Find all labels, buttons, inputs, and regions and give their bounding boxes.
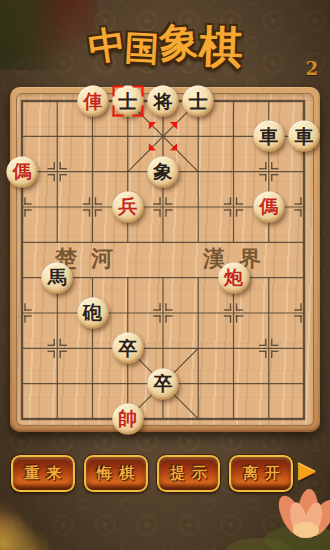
piece-black-chariot[interactable]: 車 <box>289 121 320 152</box>
restart-button[interactable]: 重来 <box>11 455 75 492</box>
piece-red-horse[interactable]: 傌 <box>7 156 38 187</box>
piece-black-horse[interactable]: 馬 <box>42 262 73 293</box>
title-char: 中 <box>85 19 129 74</box>
piece-red-chariot[interactable]: 俥 <box>77 86 108 117</box>
piece-black-elephant[interactable]: 象 <box>148 156 179 187</box>
piece-black-general[interactable]: 将 <box>148 86 179 117</box>
piece-black-cannon[interactable]: 砲 <box>77 297 108 328</box>
next-arrow-icon[interactable]: ▶ <box>298 457 316 483</box>
piece-black-soldier[interactable]: 卒 <box>148 368 179 399</box>
xiangqi-board[interactable]: 楚河 漢界 俥士将士車車傌象兵傌馬炮砲卒卒帥 <box>10 87 320 432</box>
counter-badge: 2 <box>305 58 318 79</box>
piece-black-advisor[interactable]: 士 <box>183 86 214 117</box>
piece-red-general[interactable]: 帥 <box>112 403 143 434</box>
title-char: 象 <box>156 13 201 71</box>
piece-red-soldier[interactable]: 兵 <box>112 191 143 222</box>
piece-red-cannon[interactable]: 炮 <box>218 262 249 293</box>
app-title: 中国象棋 <box>0 10 330 70</box>
hint-button[interactable]: 提示 <box>157 455 221 492</box>
title-char: 国 <box>123 25 159 73</box>
flower-decoration <box>0 498 76 550</box>
leave-button[interactable]: 离开 <box>229 455 293 492</box>
piece-black-advisor[interactable]: 士 <box>112 86 143 117</box>
toolbar: 重来 悔棋 提示 离开 <box>11 455 293 492</box>
undo-button[interactable]: 悔棋 <box>84 455 148 492</box>
piece-black-soldier[interactable]: 卒 <box>112 333 143 364</box>
piece-red-horse[interactable]: 傌 <box>253 191 284 222</box>
piece-black-chariot[interactable]: 車 <box>253 121 284 152</box>
app-screen: 中国象棋 2 楚河 漢界 俥士将士車車傌象兵傌馬炮砲卒卒帥 重来 悔棋 提示 离… <box>0 0 330 550</box>
title-char: 棋 <box>197 17 243 77</box>
